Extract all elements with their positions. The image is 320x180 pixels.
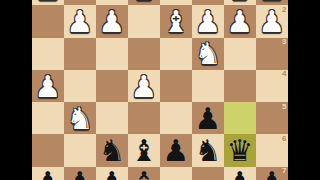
black-piece-b7: ♟ (227, 168, 254, 180)
white-piece-d2: ♝ (163, 7, 190, 37)
square-g2[interactable]: ♟ (64, 5, 96, 37)
white-piece-h4: ♟ (35, 72, 62, 102)
square-d5[interactable] (160, 102, 192, 134)
square-f6[interactable]: ♞ (96, 134, 128, 166)
square-a3[interactable]: 3 (256, 38, 288, 70)
square-b4[interactable] (224, 70, 256, 102)
square-d4[interactable] (160, 70, 192, 102)
white-piece-h1: ♜ (35, 0, 62, 5)
letterbox-right (288, 0, 320, 180)
square-e5[interactable] (128, 102, 160, 134)
black-piece-e7: ♝ (131, 168, 158, 180)
square-c4[interactable] (192, 70, 224, 102)
rank-label-7: 7 (282, 167, 286, 175)
rank-label-2: 2 (282, 6, 286, 14)
black-piece-c5: ♟ (195, 104, 222, 134)
square-b5[interactable] (224, 102, 256, 134)
black-piece-c6: ♞ (195, 136, 222, 166)
black-piece-f6: ♞ (99, 136, 126, 166)
white-piece-g5: ♞ (67, 104, 94, 134)
square-h2[interactable] (32, 5, 64, 37)
square-b3[interactable] (224, 38, 256, 70)
white-piece-c2: ♟ (195, 7, 222, 37)
square-f5[interactable] (96, 102, 128, 134)
square-a4[interactable]: 4 (256, 70, 288, 102)
square-d6[interactable]: ♟ (160, 134, 192, 166)
square-f2[interactable]: ♟ (96, 5, 128, 37)
square-h4[interactable]: ♟ (32, 70, 64, 102)
square-h6[interactable] (32, 134, 64, 166)
square-e7[interactable]: ♝ (128, 167, 160, 180)
square-g4[interactable] (64, 70, 96, 102)
square-f7[interactable]: ♟ (96, 167, 128, 180)
square-b7[interactable]: ♟ (224, 167, 256, 180)
black-piece-d6: ♟ (163, 136, 190, 166)
white-piece-c3: ♞ (195, 39, 222, 69)
square-g6[interactable] (64, 134, 96, 166)
square-a5[interactable]: 5 (256, 102, 288, 134)
square-d3[interactable] (160, 38, 192, 70)
square-f4[interactable] (96, 70, 128, 102)
white-piece-e4: ♟ (131, 72, 158, 102)
white-piece-g2: ♟ (67, 7, 94, 37)
square-c5[interactable]: ♟ (192, 102, 224, 134)
square-g5[interactable]: ♞ (64, 102, 96, 134)
square-a6[interactable]: 6 (256, 134, 288, 166)
square-h7[interactable]: ♟ (32, 167, 64, 180)
square-a2[interactable]: ♟2 (256, 5, 288, 37)
black-piece-h7: ♟ (35, 168, 62, 180)
square-c2[interactable]: ♟ (192, 5, 224, 37)
square-e3[interactable] (128, 38, 160, 70)
square-c3[interactable]: ♞ (192, 38, 224, 70)
black-piece-g7: ♟ (67, 168, 94, 180)
square-c7[interactable] (192, 167, 224, 180)
white-piece-f2: ♟ (99, 7, 126, 37)
square-b2[interactable]: ♟ (224, 5, 256, 37)
black-piece-e6: ♝ (131, 136, 158, 166)
black-piece-f7: ♟ (99, 168, 126, 180)
white-piece-e1: ♚ (131, 0, 158, 5)
letterbox-left (0, 0, 32, 180)
square-d2[interactable]: ♝ (160, 5, 192, 37)
square-a7[interactable]: ♟7 (256, 167, 288, 180)
square-c6[interactable]: ♞ (192, 134, 224, 166)
white-piece-b2: ♟ (227, 7, 254, 37)
rank-label-5: 5 (282, 103, 286, 111)
square-e6[interactable]: ♝ (128, 134, 160, 166)
rank-label-4: 4 (282, 70, 286, 78)
square-d7[interactable] (160, 167, 192, 180)
square-h3[interactable] (32, 38, 64, 70)
square-f3[interactable] (96, 38, 128, 70)
square-b6[interactable]: ♛ (224, 134, 256, 166)
chess-app-viewport: ♜♚♛♜1♟♟♝♟♟♟2♞3♟♟4♞♟5♞♝♟♞♛6♟♟♟♝♟♟7♜♚♜8 (0, 0, 320, 180)
chess-board: ♜♚♛♜1♟♟♝♟♟♟2♞3♟♟4♞♟5♞♝♟♞♛6♟♟♟♝♟♟7♜♚♜8 (32, 0, 288, 180)
rank-label-6: 6 (282, 135, 286, 143)
square-g3[interactable] (64, 38, 96, 70)
rank-label-3: 3 (282, 38, 286, 46)
square-e2[interactable] (128, 5, 160, 37)
black-piece-b6: ♛ (227, 136, 254, 166)
square-h5[interactable] (32, 102, 64, 134)
square-e4[interactable]: ♟ (128, 70, 160, 102)
square-g7[interactable]: ♟ (64, 167, 96, 180)
